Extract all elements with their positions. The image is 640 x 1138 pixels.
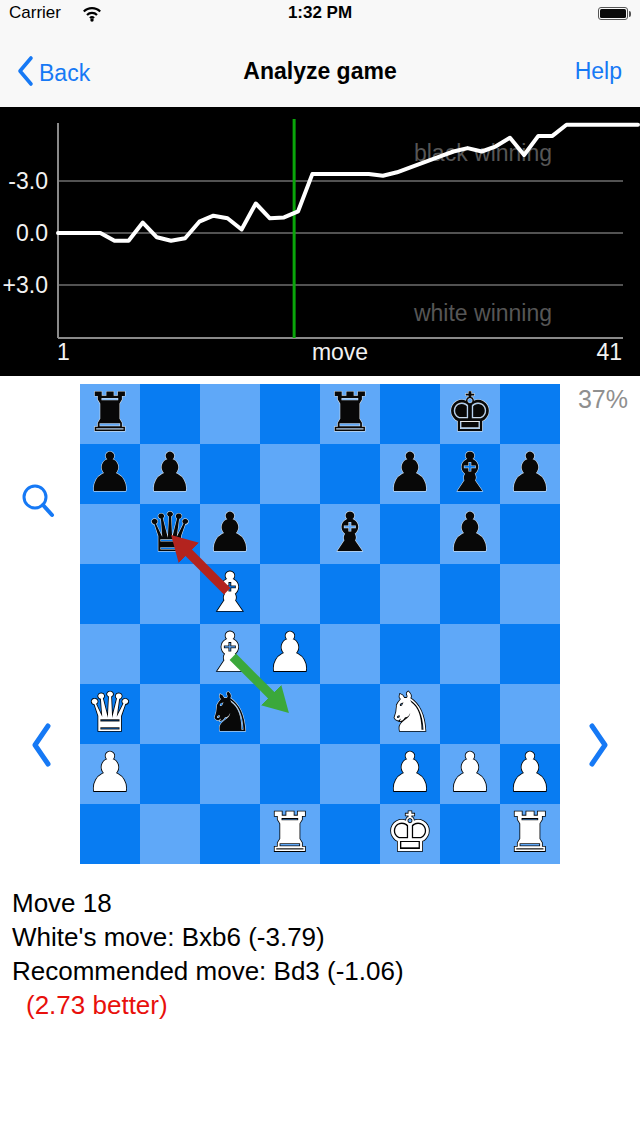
white-queen-a3: ♛ — [80, 684, 140, 744]
square-d6 — [260, 504, 320, 564]
black-king-g8: ♚ — [440, 384, 500, 444]
square-b7: ♟ — [140, 444, 200, 504]
square-d5 — [260, 564, 320, 624]
svg-text:white winning: white winning — [413, 300, 552, 326]
square-e4 — [320, 624, 380, 684]
square-g8: ♚ — [440, 384, 500, 444]
battery-icon — [598, 7, 628, 20]
evaluation-chart[interactable]: -3.00.0+3.0black winningwhite winning1mo… — [0, 107, 640, 376]
square-c6: ♟ — [200, 504, 260, 564]
black-rook-a8: ♜ — [80, 384, 140, 444]
svg-text:+3.0: +3.0 — [3, 272, 48, 298]
square-a1 — [80, 804, 140, 864]
previous-move-button[interactable] — [28, 721, 54, 773]
white-pawn-a2: ♟ — [80, 744, 140, 804]
square-f3: ♞ — [380, 684, 440, 744]
black-knight-c3: ♞ — [200, 684, 260, 744]
status-bar: Carrier 1:32 PM — [0, 0, 640, 27]
square-h8 — [500, 384, 560, 444]
square-a5 — [80, 564, 140, 624]
recommended-move-label: Recommended move: Bd3 (-1.06) — [12, 954, 404, 988]
square-c1 — [200, 804, 260, 864]
square-f1: ♚ — [380, 804, 440, 864]
square-g2: ♟ — [440, 744, 500, 804]
square-d8 — [260, 384, 320, 444]
square-h1: ♜ — [500, 804, 560, 864]
white-rook-d1: ♜ — [260, 804, 320, 864]
square-a7: ♟ — [80, 444, 140, 504]
square-g4 — [440, 624, 500, 684]
white-king-f1: ♚ — [380, 804, 440, 864]
square-b1 — [140, 804, 200, 864]
svg-text:move: move — [312, 339, 368, 365]
square-h3 — [500, 684, 560, 744]
square-f8 — [380, 384, 440, 444]
evaluation-chart-svg: -3.00.0+3.0black winningwhite winning1mo… — [0, 107, 640, 376]
square-e2 — [320, 744, 380, 804]
square-a2: ♟ — [80, 744, 140, 804]
square-h2: ♟ — [500, 744, 560, 804]
square-h4 — [500, 624, 560, 684]
chess-board[interactable]: ♜♜♚♟♟♟♝♟♛♟♝♟♝♝♟♛♞♞♟♟♟♟♜♚♜ — [80, 384, 560, 864]
black-pawn-g6: ♟ — [440, 504, 500, 564]
white-pawn-h2: ♟ — [500, 744, 560, 804]
move-number-label: Move 18 — [12, 886, 404, 920]
square-e3 — [320, 684, 380, 744]
square-b8 — [140, 384, 200, 444]
next-move-button[interactable] — [586, 721, 612, 773]
black-rook-e8: ♜ — [320, 384, 380, 444]
square-e1 — [320, 804, 380, 864]
square-e8: ♜ — [320, 384, 380, 444]
move-info: Move 18 White's move: Bxb6 (-3.79) Recom… — [12, 886, 404, 1022]
square-d3 — [260, 684, 320, 744]
svg-text:0.0: 0.0 — [16, 220, 48, 246]
square-f4 — [380, 624, 440, 684]
black-pawn-a7: ♟ — [80, 444, 140, 504]
black-pawn-c6: ♟ — [200, 504, 260, 564]
eval-difference-label: (2.73 better) — [12, 988, 404, 1022]
help-button[interactable]: Help — [575, 58, 622, 85]
square-b4 — [140, 624, 200, 684]
square-g5 — [440, 564, 500, 624]
square-f7: ♟ — [380, 444, 440, 504]
square-e7 — [320, 444, 380, 504]
square-b3 — [140, 684, 200, 744]
white-rook-h1: ♜ — [500, 804, 560, 864]
white-knight-f3: ♞ — [380, 684, 440, 744]
square-c8 — [200, 384, 260, 444]
square-e5 — [320, 564, 380, 624]
nav-bar: Back Analyze game Help — [0, 27, 640, 107]
square-g3 — [440, 684, 500, 744]
svg-text:1: 1 — [57, 339, 70, 365]
white-move-label: White's move: Bxb6 (-3.79) — [12, 920, 404, 954]
square-b2 — [140, 744, 200, 804]
square-a6 — [80, 504, 140, 564]
square-e6: ♝ — [320, 504, 380, 564]
black-bishop-g7: ♝ — [440, 444, 500, 504]
match-percent-label: 37% — [578, 385, 628, 414]
square-b5 — [140, 564, 200, 624]
square-g7: ♝ — [440, 444, 500, 504]
magnifier-icon[interactable] — [20, 482, 58, 532]
square-d7 — [260, 444, 320, 504]
black-pawn-h7: ♟ — [500, 444, 560, 504]
square-c5: ♝ — [200, 564, 260, 624]
black-queen-b6: ♛ — [140, 504, 200, 564]
black-pawn-f7: ♟ — [380, 444, 440, 504]
white-pawn-f2: ♟ — [380, 744, 440, 804]
square-g1 — [440, 804, 500, 864]
square-c4: ♝ — [200, 624, 260, 684]
page-title: Analyze game — [0, 58, 640, 85]
square-b6: ♛ — [140, 504, 200, 564]
square-d1: ♜ — [260, 804, 320, 864]
square-d2 — [260, 744, 320, 804]
square-h5 — [500, 564, 560, 624]
black-bishop-e6: ♝ — [320, 504, 380, 564]
white-bishop-c5: ♝ — [200, 564, 260, 624]
square-c2 — [200, 744, 260, 804]
square-f6 — [380, 504, 440, 564]
white-pawn-g2: ♟ — [440, 744, 500, 804]
square-h7: ♟ — [500, 444, 560, 504]
square-d4: ♟ — [260, 624, 320, 684]
square-a3: ♛ — [80, 684, 140, 744]
screen: Carrier 1:32 PM Back Analyze game Help — [0, 0, 640, 1138]
black-pawn-b7: ♟ — [140, 444, 200, 504]
square-c7 — [200, 444, 260, 504]
svg-text:41: 41 — [596, 339, 622, 365]
clock-label: 1:32 PM — [0, 3, 640, 23]
white-pawn-d4: ♟ — [260, 624, 320, 684]
square-f2: ♟ — [380, 744, 440, 804]
square-a8: ♜ — [80, 384, 140, 444]
white-bishop-c4: ♝ — [200, 624, 260, 684]
svg-text:-3.0: -3.0 — [8, 168, 48, 194]
board-area: ♜♜♚♟♟♟♝♟♛♟♝♟♝♝♟♛♞♞♟♟♟♟♜♚♜ — [80, 384, 560, 864]
square-c3: ♞ — [200, 684, 260, 744]
square-a4 — [80, 624, 140, 684]
square-g6: ♟ — [440, 504, 500, 564]
square-f5 — [380, 564, 440, 624]
square-h6 — [500, 504, 560, 564]
